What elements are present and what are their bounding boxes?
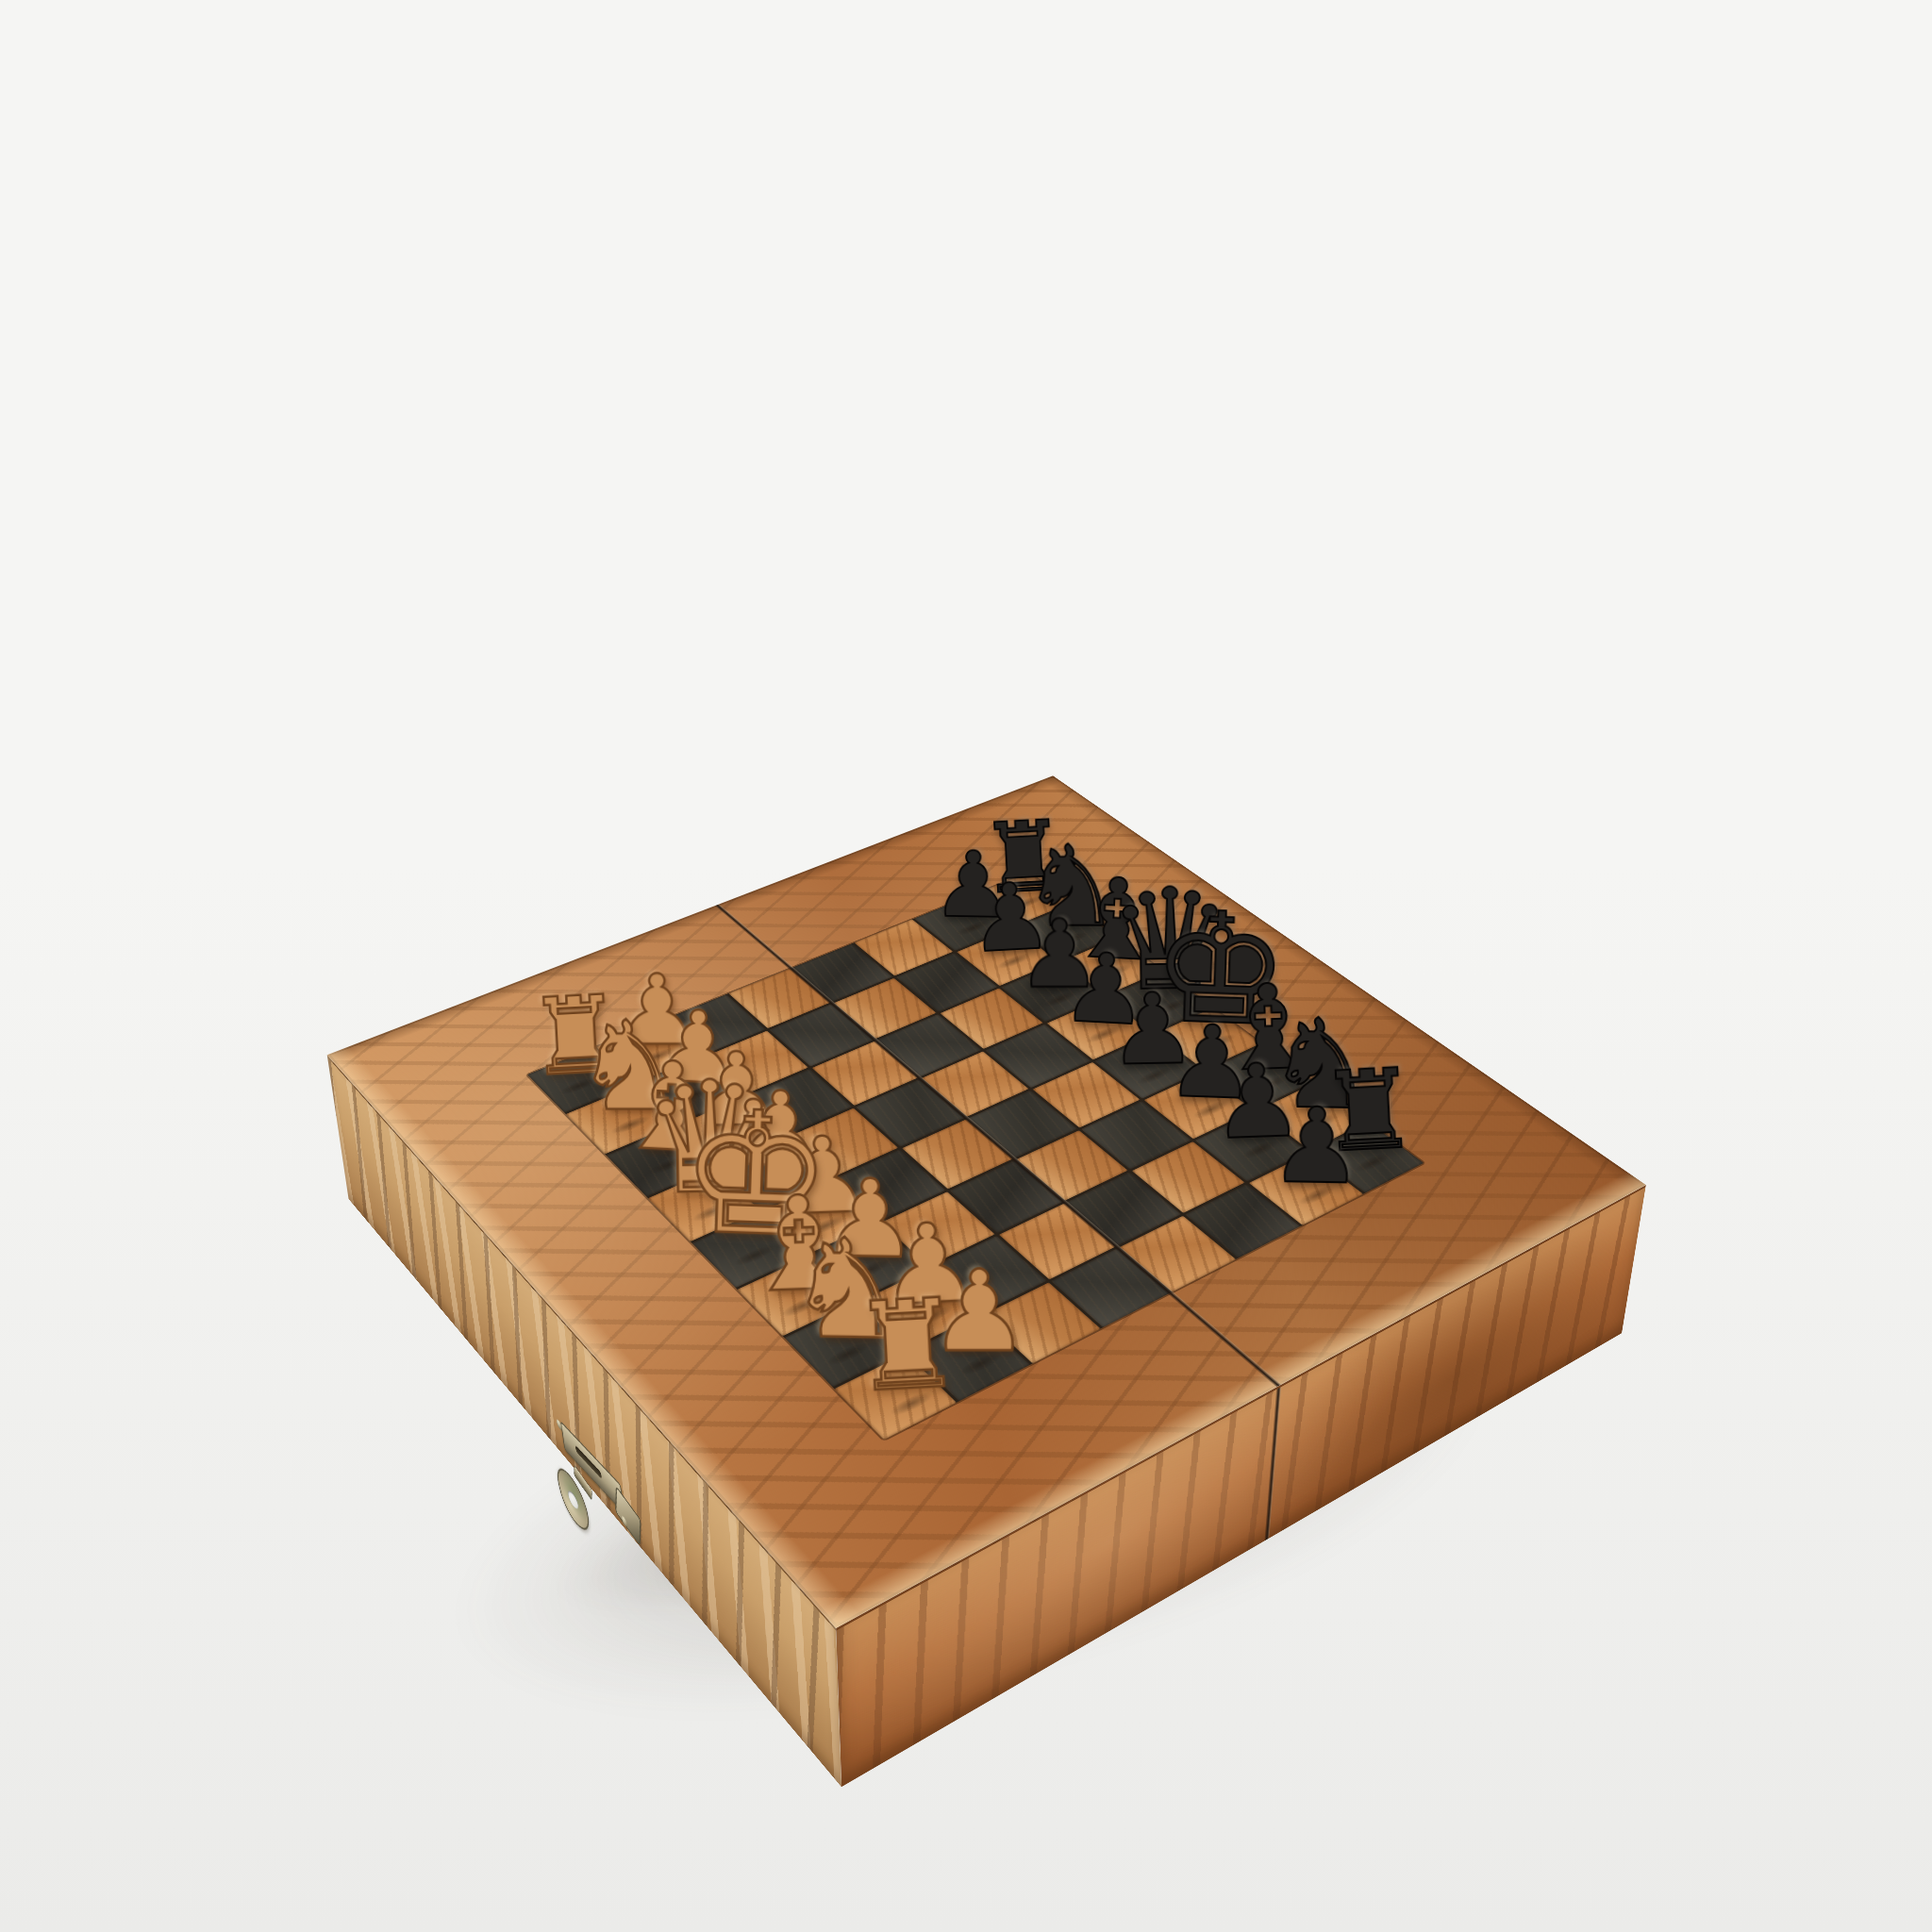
key-hole [567, 1488, 580, 1511]
latch-hook [615, 1486, 641, 1547]
folding-chess-box: ♜♞♝♛♚♝♞♜♟♟♟♟♟♟♟♟♟♟♟♟♟♟♟♟♜♞♝♛♚♝♞♜ [327, 775, 1646, 1628]
white-rook-glyph: ♜ [850, 1282, 966, 1410]
photo-scene: ♜♞♝♛♚♝♞♜♟♟♟♟♟♟♟♟♟♟♟♟♟♟♟♟♜♞♝♛♚♝♞♜ [0, 0, 1932, 1932]
black-pawn-glyph: ♟ [1269, 1094, 1363, 1200]
latch [545, 1394, 651, 1616]
fold-seam-front [1264, 1387, 1281, 1541]
latch-screw [557, 1418, 563, 1432]
